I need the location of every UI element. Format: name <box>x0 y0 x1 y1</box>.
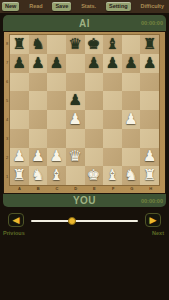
square-f3[interactable] <box>103 129 122 148</box>
piece-white-pawn: ♟ <box>143 149 156 164</box>
square-e6[interactable] <box>85 73 104 92</box>
square-h5[interactable] <box>140 91 159 110</box>
opponent-name: AI <box>79 18 90 29</box>
square-a6[interactable] <box>10 73 29 92</box>
square-e7[interactable]: ♟ <box>85 54 104 73</box>
file-label-g: G <box>123 186 142 192</box>
toolbar-button-stats[interactable]: Stats. <box>78 2 99 12</box>
opponent-bar: AI 00:00:00 <box>3 15 166 31</box>
square-g1[interactable]: ♞ <box>122 166 141 185</box>
piece-white-bishop: ♝ <box>106 168 119 183</box>
square-b1[interactable]: ♞ <box>29 166 48 185</box>
square-h7[interactable]: ♟ <box>140 54 159 73</box>
toolbar-button-new[interactable]: New <box>2 2 19 12</box>
square-b8[interactable]: ♞ <box>29 35 48 54</box>
square-b4[interactable] <box>29 110 48 129</box>
chess-board-frame: 87654321 ♜♞♛♚♝♜♟♟♟♟♟♟♟♟♟♟♟♟♟♛♟♜♞♝♚♝♞♜ AB… <box>3 31 166 194</box>
move-slider[interactable] <box>31 220 138 222</box>
square-a8[interactable]: ♜ <box>10 35 29 54</box>
square-b2[interactable]: ♟ <box>29 148 48 167</box>
square-g6[interactable] <box>122 73 141 92</box>
piece-white-rook: ♜ <box>143 168 156 183</box>
piece-black-pawn: ♟ <box>68 93 81 108</box>
piece-white-knight: ♞ <box>31 168 44 183</box>
file-labels: ABCDEFGH <box>10 186 160 192</box>
square-b6[interactable] <box>29 73 48 92</box>
piece-white-pawn: ♟ <box>68 112 81 127</box>
piece-black-pawn: ♟ <box>50 56 63 71</box>
square-g4[interactable]: ♟ <box>122 110 141 129</box>
square-a3[interactable] <box>10 129 29 148</box>
square-f4[interactable] <box>103 110 122 129</box>
square-b3[interactable] <box>29 129 48 148</box>
square-b5[interactable] <box>29 91 48 110</box>
square-g5[interactable] <box>122 91 141 110</box>
piece-black-bishop: ♝ <box>106 37 119 52</box>
square-e2[interactable] <box>85 148 104 167</box>
square-h6[interactable] <box>140 73 159 92</box>
square-d5[interactable]: ♟ <box>66 91 85 110</box>
square-a4[interactable] <box>10 110 29 129</box>
file-label-c: C <box>48 186 67 192</box>
player-name: YOU <box>73 195 96 206</box>
piece-black-pawn: ♟ <box>106 56 119 71</box>
square-c5[interactable] <box>47 91 66 110</box>
piece-white-pawn: ♟ <box>13 149 26 164</box>
square-h2[interactable]: ♟ <box>140 148 159 167</box>
next-move-button[interactable]: ▶ <box>145 213 161 227</box>
square-d1[interactable] <box>66 166 85 185</box>
square-d6[interactable] <box>66 73 85 92</box>
next-label: Next <box>152 230 164 236</box>
square-h3[interactable] <box>140 129 159 148</box>
piece-black-pawn: ♟ <box>31 56 44 71</box>
square-c3[interactable] <box>47 129 66 148</box>
piece-white-king: ♚ <box>87 168 100 183</box>
piece-white-knight: ♞ <box>124 168 137 183</box>
file-label-h: H <box>141 186 160 192</box>
file-label-e: E <box>85 186 104 192</box>
square-f2[interactable] <box>103 148 122 167</box>
square-h1[interactable]: ♜ <box>140 166 159 185</box>
square-d2[interactable]: ♛ <box>66 148 85 167</box>
player-bar: YOU 00:00:00 <box>3 194 166 207</box>
piece-black-pawn: ♟ <box>87 56 100 71</box>
square-f6[interactable] <box>103 73 122 92</box>
piece-white-pawn: ♟ <box>31 149 44 164</box>
square-d3[interactable] <box>66 129 85 148</box>
square-c8[interactable] <box>47 35 66 54</box>
square-d8[interactable]: ♛ <box>66 35 85 54</box>
square-a1[interactable]: ♜ <box>10 166 29 185</box>
piece-black-pawn: ♟ <box>143 56 156 71</box>
toolbar-button-read[interactable]: Read <box>26 2 45 12</box>
piece-white-bishop: ♝ <box>50 168 63 183</box>
player-clock: 00:00:00 <box>141 198 163 204</box>
square-c7[interactable]: ♟ <box>47 54 66 73</box>
square-g3[interactable] <box>122 129 141 148</box>
piece-white-rook: ♜ <box>13 168 26 183</box>
square-c6[interactable] <box>47 73 66 92</box>
toolbar-button-save[interactable]: Save <box>52 2 71 12</box>
piece-white-pawn: ♟ <box>50 149 63 164</box>
previous-move-button[interactable]: ◀ <box>8 213 24 227</box>
square-d4[interactable]: ♟ <box>66 110 85 129</box>
square-f8[interactable]: ♝ <box>103 35 122 54</box>
square-g7[interactable]: ♟ <box>122 54 141 73</box>
square-d7[interactable] <box>66 54 85 73</box>
toolbar-button-difficulty[interactable]: Difficulty <box>137 2 167 12</box>
file-label-b: B <box>29 186 48 192</box>
piece-white-queen: ♛ <box>68 149 81 164</box>
piece-black-queen: ♛ <box>68 37 81 52</box>
piece-black-knight: ♞ <box>31 37 44 52</box>
piece-black-rook: ♜ <box>13 37 26 52</box>
file-label-a: A <box>10 186 29 192</box>
square-f1[interactable]: ♝ <box>103 166 122 185</box>
square-h8[interactable]: ♜ <box>140 35 159 54</box>
square-c4[interactable] <box>47 110 66 129</box>
square-e1[interactable]: ♚ <box>85 166 104 185</box>
square-e3[interactable] <box>85 129 104 148</box>
right-triangle-icon: ▶ <box>150 216 157 225</box>
slider-thumb[interactable] <box>68 217 76 225</box>
square-a2[interactable]: ♟ <box>10 148 29 167</box>
top-toolbar: NewReadSaveStats.SettingDifficulty <box>0 0 169 13</box>
square-b7[interactable]: ♟ <box>29 54 48 73</box>
square-c1[interactable]: ♝ <box>47 166 66 185</box>
square-c2[interactable]: ♟ <box>47 148 66 167</box>
file-label-f: F <box>104 186 123 192</box>
piece-black-pawn: ♟ <box>13 56 26 71</box>
square-g2[interactable] <box>122 148 141 167</box>
piece-black-pawn: ♟ <box>124 56 137 71</box>
square-f7[interactable]: ♟ <box>103 54 122 73</box>
left-triangle-icon: ◀ <box>13 216 20 225</box>
toolbar-button-setting[interactable]: Setting <box>106 2 131 12</box>
square-f5[interactable] <box>103 91 122 110</box>
file-label-d: D <box>66 186 85 192</box>
chess-board[interactable]: ♜♞♛♚♝♜♟♟♟♟♟♟♟♟♟♟♟♟♟♛♟♜♞♝♚♝♞♜ <box>9 34 160 186</box>
square-e4[interactable] <box>85 110 104 129</box>
move-navigation: ◀ ▶ Privious Next <box>0 212 169 246</box>
piece-white-pawn: ♟ <box>124 112 137 127</box>
opponent-clock: 00:00:00 <box>141 20 163 26</box>
square-e5[interactable] <box>85 91 104 110</box>
square-g8[interactable] <box>122 35 141 54</box>
square-a5[interactable] <box>10 91 29 110</box>
piece-black-rook: ♜ <box>143 37 156 52</box>
piece-black-king: ♚ <box>87 37 100 52</box>
square-a7[interactable]: ♟ <box>10 54 29 73</box>
previous-label: Privious <box>3 230 25 236</box>
square-e8[interactable]: ♚ <box>85 35 104 54</box>
square-h4[interactable] <box>140 110 159 129</box>
